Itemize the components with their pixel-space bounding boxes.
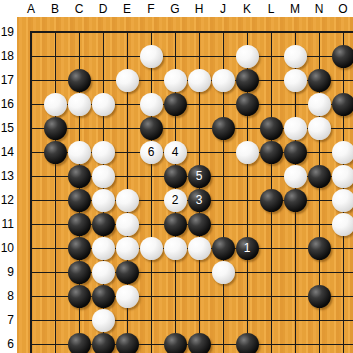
grid-line-col-A bbox=[30, 31, 32, 353]
stone-black-H11 bbox=[188, 213, 211, 236]
stone-white-H10 bbox=[188, 237, 211, 260]
column-label-F: F bbox=[141, 2, 161, 16]
row-label-16: 16 bbox=[0, 97, 14, 111]
stone-white-G14-move-4: 4 bbox=[164, 141, 187, 164]
column-label-G: G bbox=[165, 2, 185, 16]
stone-black-K16 bbox=[236, 93, 259, 116]
stone-black-M12 bbox=[284, 189, 307, 212]
stone-black-J15 bbox=[212, 117, 235, 140]
column-label-B: B bbox=[45, 2, 65, 16]
stone-white-D12 bbox=[92, 189, 115, 212]
stone-black-D6 bbox=[92, 333, 115, 353]
column-label-O: O bbox=[333, 2, 353, 16]
grid-line-col-F bbox=[151, 31, 152, 353]
column-label-A: A bbox=[21, 2, 41, 16]
stone-black-L14 bbox=[260, 141, 283, 164]
stone-white-D13 bbox=[92, 165, 115, 188]
stone-white-O12 bbox=[332, 189, 353, 212]
stone-black-C11 bbox=[68, 213, 91, 236]
stone-black-C10 bbox=[68, 237, 91, 260]
stone-white-K18 bbox=[236, 45, 259, 68]
stone-white-M17 bbox=[284, 69, 307, 92]
stone-black-H12-move-3: 3 bbox=[188, 189, 211, 212]
stone-white-K14 bbox=[236, 141, 259, 164]
row-label-12: 12 bbox=[0, 193, 14, 207]
stone-black-F15 bbox=[140, 117, 163, 140]
row-label-18: 18 bbox=[0, 49, 14, 63]
stone-black-B15 bbox=[44, 117, 67, 140]
stone-white-D10 bbox=[92, 237, 115, 260]
row-label-19: 19 bbox=[0, 25, 14, 39]
stone-black-C12 bbox=[68, 189, 91, 212]
column-label-J: J bbox=[213, 2, 233, 16]
stone-white-J9 bbox=[212, 261, 235, 284]
stone-white-F16 bbox=[140, 93, 163, 116]
stone-black-O16 bbox=[332, 93, 353, 116]
row-label-7: 7 bbox=[0, 313, 14, 327]
stone-white-D9 bbox=[92, 261, 115, 284]
stone-black-G16 bbox=[164, 93, 187, 116]
stone-white-H17 bbox=[188, 69, 211, 92]
stone-black-N17 bbox=[308, 69, 331, 92]
stone-black-C17 bbox=[68, 69, 91, 92]
stone-white-M18 bbox=[284, 45, 307, 68]
stone-white-C14 bbox=[68, 141, 91, 164]
stone-white-O11 bbox=[332, 213, 353, 236]
stone-white-M13 bbox=[284, 165, 307, 188]
stone-black-G13 bbox=[164, 165, 187, 188]
stone-white-F10 bbox=[140, 237, 163, 260]
stone-black-D11 bbox=[92, 213, 115, 236]
stone-black-K10-move-1: 1 bbox=[236, 237, 259, 260]
column-label-K: K bbox=[237, 2, 257, 16]
stone-black-C13 bbox=[68, 165, 91, 188]
row-label-9: 9 bbox=[0, 265, 14, 279]
column-label-H: H bbox=[189, 2, 209, 16]
stone-white-C16 bbox=[68, 93, 91, 116]
column-label-L: L bbox=[261, 2, 281, 16]
grid-line-col-B bbox=[55, 31, 56, 353]
stone-white-B16 bbox=[44, 93, 67, 116]
stone-black-G11 bbox=[164, 213, 187, 236]
stone-black-K6 bbox=[236, 333, 259, 353]
stone-black-N13 bbox=[308, 165, 331, 188]
stone-white-O14 bbox=[332, 141, 353, 164]
stone-white-N15 bbox=[308, 117, 331, 140]
stone-black-C6 bbox=[68, 333, 91, 353]
stone-black-D8 bbox=[92, 285, 115, 308]
stone-black-N8 bbox=[308, 285, 331, 308]
column-label-D: D bbox=[93, 2, 113, 16]
stone-white-N16 bbox=[308, 93, 331, 116]
column-label-C: C bbox=[69, 2, 89, 16]
stone-white-G10 bbox=[164, 237, 187, 260]
row-label-14: 14 bbox=[0, 145, 14, 159]
stone-white-F14-move-6: 6 bbox=[140, 141, 163, 164]
stone-black-J10 bbox=[212, 237, 235, 260]
stone-white-E10 bbox=[116, 237, 139, 260]
stone-black-O18 bbox=[332, 45, 353, 68]
stone-black-C8 bbox=[68, 285, 91, 308]
column-label-E: E bbox=[117, 2, 137, 16]
row-label-10: 10 bbox=[0, 241, 14, 255]
stone-white-M15 bbox=[284, 117, 307, 140]
stone-black-H6 bbox=[188, 333, 211, 353]
stone-black-K17 bbox=[236, 69, 259, 92]
stone-white-O13 bbox=[332, 165, 353, 188]
stone-black-L12 bbox=[260, 189, 283, 212]
row-label-15: 15 bbox=[0, 121, 14, 135]
stone-white-G12-move-2: 2 bbox=[164, 189, 187, 212]
stone-white-E8 bbox=[116, 285, 139, 308]
stone-white-D7 bbox=[92, 309, 115, 332]
stone-black-E9 bbox=[116, 261, 139, 284]
stone-black-H13-move-5: 5 bbox=[188, 165, 211, 188]
stone-white-D16 bbox=[92, 93, 115, 116]
row-label-6: 6 bbox=[0, 337, 14, 351]
column-label-M: M bbox=[285, 2, 305, 16]
stone-black-L15 bbox=[260, 117, 283, 140]
stone-white-E17 bbox=[116, 69, 139, 92]
stone-black-B14 bbox=[44, 141, 67, 164]
stone-black-C9 bbox=[68, 261, 91, 284]
stone-black-N10 bbox=[308, 237, 331, 260]
stone-white-J17 bbox=[212, 69, 235, 92]
stone-white-E11 bbox=[116, 213, 139, 236]
stone-white-E12 bbox=[116, 189, 139, 212]
stone-white-G17 bbox=[164, 69, 187, 92]
stone-white-D14 bbox=[92, 141, 115, 164]
go-app-window: ABCDEFGHJKLMNO 191817161514131211109876 … bbox=[0, 0, 353, 353]
row-label-13: 13 bbox=[0, 169, 14, 183]
stone-black-G6 bbox=[164, 333, 187, 353]
stone-black-E6 bbox=[116, 333, 139, 353]
stone-black-M14 bbox=[284, 141, 307, 164]
column-label-N: N bbox=[309, 2, 329, 16]
row-label-8: 8 bbox=[0, 289, 14, 303]
row-label-17: 17 bbox=[0, 73, 14, 87]
row-label-11: 11 bbox=[0, 217, 14, 231]
stone-white-F18 bbox=[140, 45, 163, 68]
